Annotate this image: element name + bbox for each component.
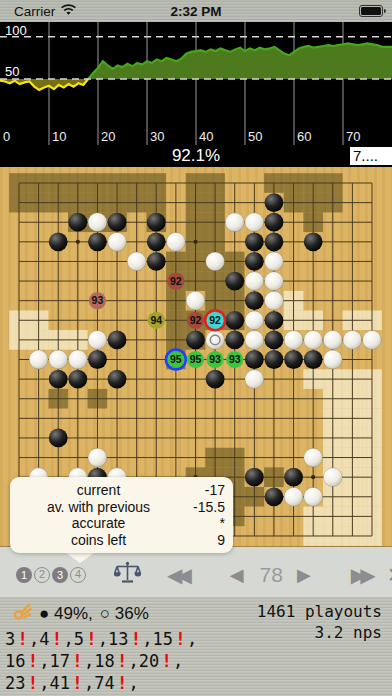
clock: 2:32 PM (0, 4, 392, 19)
popup-row: av. with previous-15.5 (18, 499, 225, 516)
navigation-toolbar: 1234 ◀◀ ◀ 78 ▶ (0, 547, 392, 597)
app-screen: Carrier 2:32 PM 10050010203040506070 92.… (0, 0, 392, 696)
white-stone (304, 487, 323, 506)
analysis-popup: current-17av. with previous-15.5accurate… (10, 477, 233, 553)
move-box[interactable]: 7.... (350, 147, 392, 165)
white-winrate-label: ○ 36% (100, 604, 149, 624)
popup-row: current-17 (18, 482, 225, 499)
black-stone (49, 232, 68, 251)
analysis-status-area: 1461 playouts 3.2 nps ● 49%, ○ 36% 3!,4!… (0, 597, 392, 696)
black-stone (284, 468, 303, 487)
svg-text:95: 95 (190, 353, 202, 365)
black-stone (147, 252, 166, 271)
black-stone (49, 429, 68, 448)
svg-text:93: 93 (209, 353, 221, 365)
white-stone (245, 272, 264, 291)
bad-move-exclamation: ! (72, 650, 83, 671)
black-stone (225, 272, 244, 291)
black-stone (245, 291, 264, 310)
page-dot-1[interactable]: 1 (16, 567, 32, 583)
score-scale-icon[interactable] (114, 561, 141, 589)
winrate-value: 92.1% (172, 146, 220, 166)
bad-move-exclamation: ! (17, 628, 28, 649)
winrate-chart[interactable]: 10050010203040506070 (0, 22, 392, 145)
bad-move-exclamation: ! (72, 672, 83, 693)
white-stone (88, 330, 107, 349)
svg-text:60: 60 (297, 129, 311, 144)
black-winrate-label: ● 49%, (39, 604, 93, 624)
star-point (311, 475, 315, 479)
white-stone (245, 311, 264, 330)
svg-text:94: 94 (150, 314, 162, 326)
black-stone (147, 213, 166, 232)
black-stone (225, 311, 244, 330)
black-stone (68, 213, 87, 232)
white-stone (284, 487, 303, 506)
bad-move-exclamation: ! (27, 672, 38, 693)
svg-text:50: 50 (248, 129, 262, 144)
white-stone (323, 350, 342, 369)
playouts-label: 1461 playouts (257, 601, 382, 622)
white-stone (206, 252, 225, 271)
black-stone (265, 350, 284, 369)
white-stone (225, 213, 244, 232)
black-stone (108, 330, 127, 349)
black-stone (284, 350, 303, 369)
black-stone (108, 213, 127, 232)
ok-hand-icon (12, 602, 32, 626)
svg-text:93: 93 (92, 294, 104, 306)
white-stone (284, 330, 303, 349)
white-stone (343, 330, 362, 349)
svg-text:92: 92 (190, 314, 202, 326)
white-stone (323, 468, 342, 487)
nps-label: 3.2 nps (257, 622, 382, 643)
white-stone (88, 213, 107, 232)
white-stone (108, 232, 127, 251)
move-quality-line: 16!,17!,18!,20!, (5, 650, 392, 672)
black-stone (245, 468, 264, 487)
rewind-to-start-button[interactable]: ◀◀ (167, 563, 186, 587)
white-stone (265, 252, 284, 271)
bad-move-exclamation: ! (52, 628, 63, 649)
black-stone (68, 370, 87, 389)
white-stone (304, 330, 323, 349)
page-indicator[interactable]: 1234 (16, 567, 86, 583)
white-stone (186, 291, 205, 310)
svg-text:10: 10 (52, 129, 66, 144)
svg-text:20: 20 (101, 129, 115, 144)
white-stone (245, 370, 264, 389)
bad-move-exclamation: ! (27, 650, 38, 671)
black-stone (265, 487, 284, 506)
white-stone (88, 448, 107, 467)
white-stone (127, 252, 146, 271)
page-dot-3[interactable]: 3 (52, 567, 68, 583)
page-dot-2[interactable]: 2 (34, 567, 50, 583)
bad-move-exclamation: ! (117, 672, 128, 693)
next-move-button[interactable]: ▶ (297, 564, 311, 586)
white-stone (323, 330, 342, 349)
white-stone (68, 350, 87, 369)
black-stone (265, 213, 284, 232)
status-bar: Carrier 2:32 PM (0, 0, 392, 22)
svg-text:95: 95 (170, 353, 182, 365)
winrate-bar: 92.1% 7.... (0, 145, 392, 167)
bad-move-exclamation: ! (86, 628, 97, 649)
svg-text:70: 70 (346, 129, 360, 144)
black-stone (245, 252, 264, 271)
black-stone (265, 330, 284, 349)
black-stone (265, 311, 284, 330)
white-stone (245, 213, 264, 232)
black-stone (245, 350, 264, 369)
black-stone (108, 370, 127, 389)
previous-move-button[interactable]: ◀ (230, 564, 244, 586)
white-stone (49, 350, 68, 369)
star-point (76, 240, 80, 244)
bad-move-exclamation: ! (131, 628, 142, 649)
bad-move-exclamation: ! (117, 650, 128, 671)
white-stone (166, 232, 185, 251)
move-number: 78 (260, 563, 283, 587)
black-stone (147, 232, 166, 251)
black-stone (245, 232, 264, 251)
svg-text:92: 92 (209, 314, 221, 326)
white-stone (265, 291, 284, 310)
page-dot-4[interactable]: 4 (70, 567, 86, 583)
popup-row: accurate* (18, 515, 225, 532)
white-stone (206, 330, 225, 349)
white-stone (363, 330, 382, 349)
svg-text:93: 93 (229, 353, 241, 365)
black-stone (265, 193, 284, 212)
black-stone (49, 370, 68, 389)
battery-icon (359, 5, 386, 20)
black-stone (265, 232, 284, 251)
svg-text:100: 100 (5, 23, 27, 38)
white-stone (265, 272, 284, 291)
svg-text:0: 0 (3, 129, 10, 144)
black-stone (225, 330, 244, 349)
white-stone (245, 330, 264, 349)
black-stone (304, 350, 323, 369)
black-stone (88, 350, 107, 369)
popup-row: coins left9 (18, 532, 225, 549)
white-stone (304, 448, 323, 467)
svg-text:40: 40 (199, 129, 213, 144)
white-stone (29, 350, 48, 369)
move-quality-line: 23!,41!,74!, (5, 672, 392, 694)
black-stone (186, 330, 205, 349)
bad-move-exclamation: ! (161, 650, 172, 671)
black-stone (304, 232, 323, 251)
star-point (193, 240, 197, 244)
svg-text:92: 92 (170, 275, 182, 287)
svg-text:30: 30 (150, 129, 164, 144)
close-icon[interactable]: × (388, 565, 392, 585)
fast-forward-button[interactable]: ▶▶ (351, 563, 370, 587)
black-stone (88, 232, 107, 251)
black-stone (206, 370, 225, 389)
bad-move-exclamation: ! (175, 628, 186, 649)
svg-text:50: 50 (5, 64, 19, 79)
